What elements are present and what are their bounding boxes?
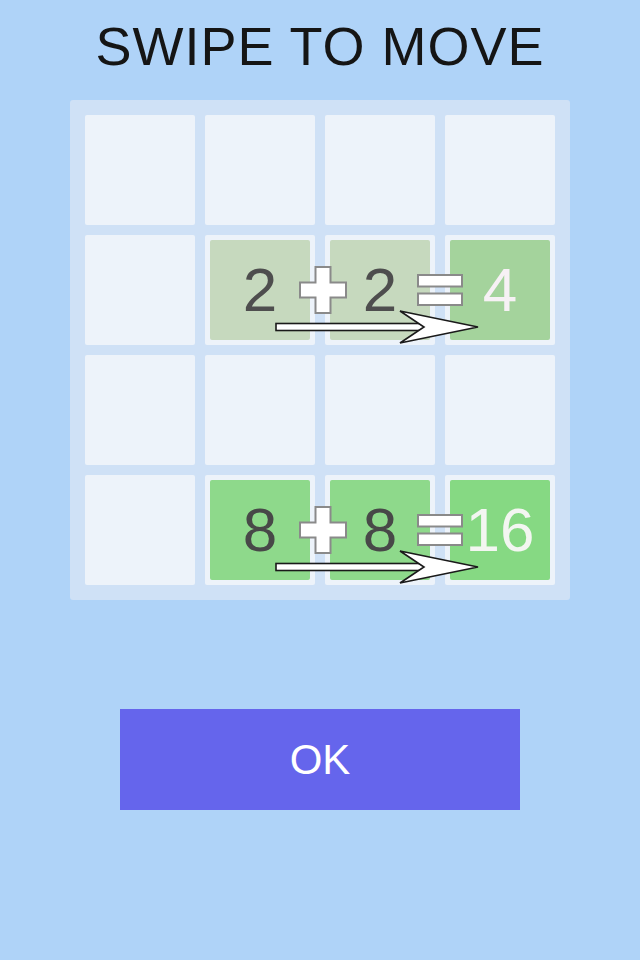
tile-2: 2 xyxy=(210,240,310,340)
cell-r3c2 xyxy=(205,355,315,465)
ok-button-label: OK xyxy=(290,736,351,784)
tile-16: 16 xyxy=(450,480,550,580)
tile-8: 8 xyxy=(210,480,310,580)
cell-r2c1 xyxy=(85,235,195,345)
cell-r2c3: 2 xyxy=(325,235,435,345)
tile-2: 2 xyxy=(330,240,430,340)
cell-r4c2: 8 xyxy=(205,475,315,585)
page-title: SWIPE TO MOVE xyxy=(0,16,640,76)
cell-r2c2: 2 xyxy=(205,235,315,345)
tile-4: 4 xyxy=(450,240,550,340)
tile-8: 8 xyxy=(330,480,430,580)
cell-r2c4: 4 xyxy=(445,235,555,345)
board-grid: 2248816 xyxy=(85,115,555,585)
cell-r4c3: 8 xyxy=(325,475,435,585)
cell-r1c3 xyxy=(325,115,435,225)
cell-r3c3 xyxy=(325,355,435,465)
game-board[interactable]: 2248816 xyxy=(70,100,570,600)
cell-r3c4 xyxy=(445,355,555,465)
cell-r4c4: 16 xyxy=(445,475,555,585)
cell-r4c1 xyxy=(85,475,195,585)
tutorial-screen: { "game": "2048", "screen": "tutorial-ov… xyxy=(0,0,640,960)
cell-r3c1 xyxy=(85,355,195,465)
cell-r1c1 xyxy=(85,115,195,225)
cell-r1c4 xyxy=(445,115,555,225)
cell-r1c2 xyxy=(205,115,315,225)
ok-button[interactable]: OK xyxy=(120,709,520,810)
